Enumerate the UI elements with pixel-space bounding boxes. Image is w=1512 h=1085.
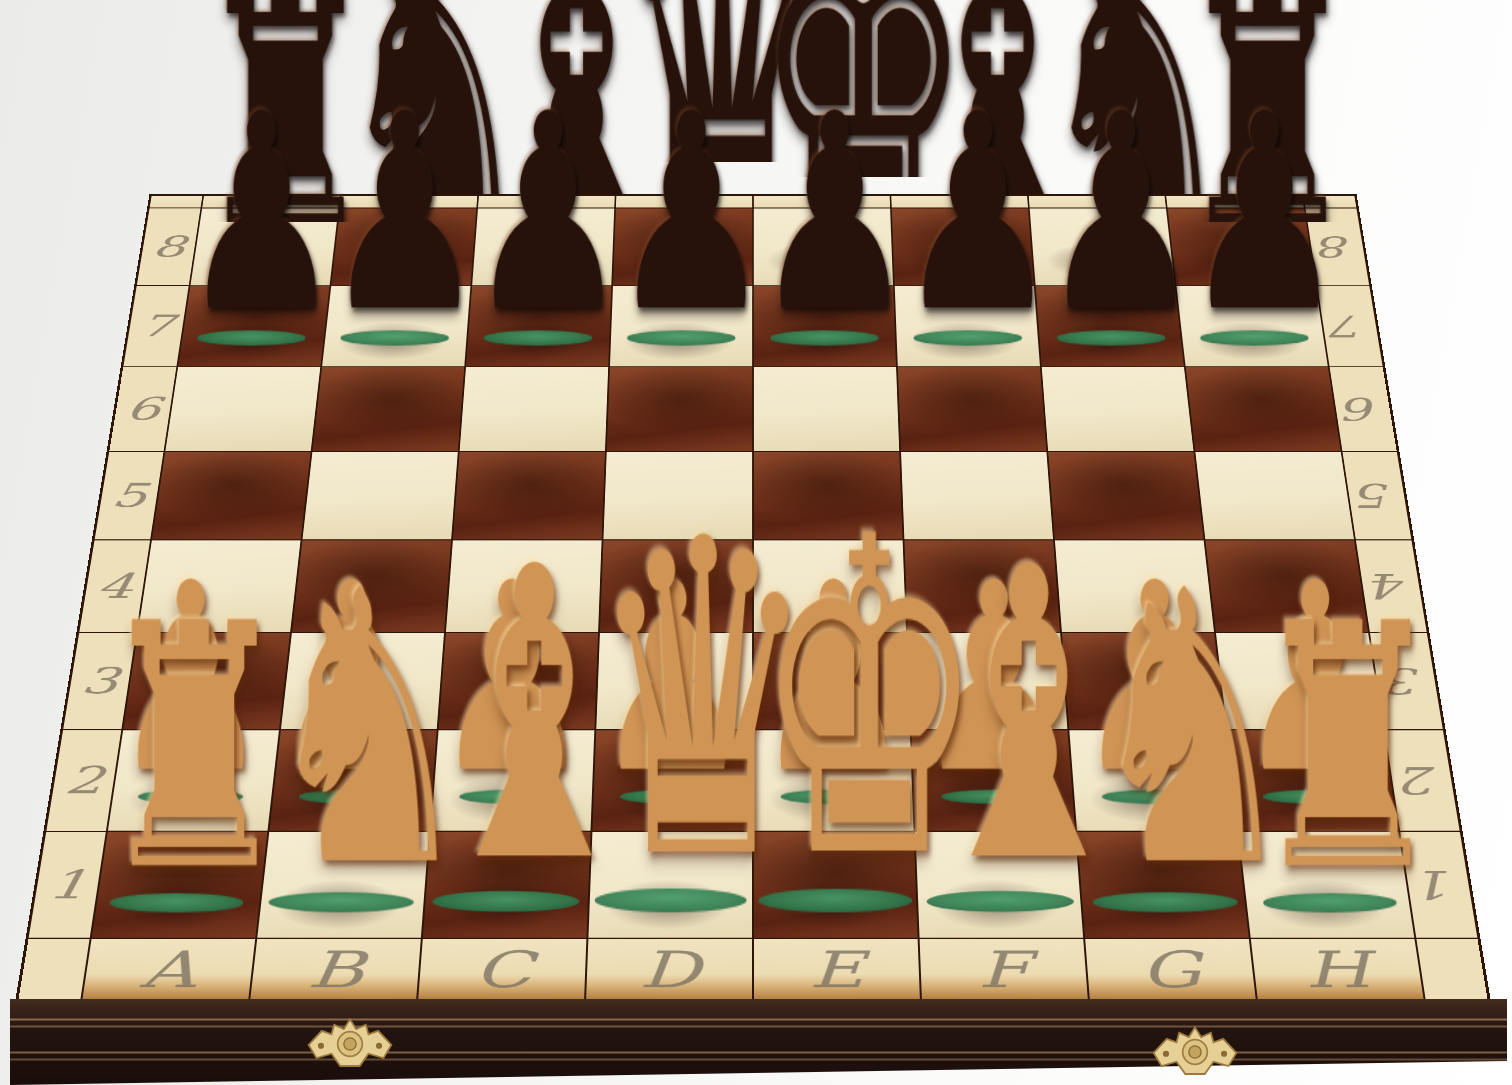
square-c1[interactable]: ♝ — [423, 832, 591, 938]
black-pawn[interactable]: ♟ — [611, 78, 753, 349]
white-queen[interactable]: ♛ — [589, 483, 752, 918]
felt-base — [110, 893, 243, 912]
square-b6[interactable] — [313, 367, 465, 451]
brass-clasp-right-icon[interactable] — [1151, 1026, 1239, 1078]
black-pawn[interactable]: ♟ — [324, 78, 466, 349]
felt-base — [595, 888, 747, 912]
square-h7[interactable]: ♟ — [1176, 286, 1327, 366]
felt-base — [197, 331, 305, 346]
square-b7[interactable]: ♟ — [322, 286, 470, 366]
square-a1[interactable]: ♜ — [92, 832, 268, 938]
file-label-g: G — [1085, 939, 1256, 1000]
square-b1[interactable]: ♞ — [257, 832, 429, 938]
white-bishop[interactable]: ♝ — [424, 516, 587, 918]
file-label-b: B — [250, 939, 421, 1000]
square-a7[interactable]: ♟ — [178, 286, 329, 366]
square-c6[interactable] — [460, 367, 609, 451]
file-label-f: F — [920, 939, 1088, 1000]
chess-set-photo: 8♜♞♝♛♚♝♞♜87♟♟♟♟♟♟♟♟7665544332♟♟♟♟♟♟♟♟21♜… — [0, 0, 1512, 1085]
square-a6[interactable] — [165, 367, 320, 451]
white-knight[interactable]: ♞ — [1084, 542, 1247, 918]
felt-base — [1093, 892, 1238, 913]
square-f6[interactable] — [898, 367, 1047, 451]
felt-base — [432, 890, 579, 912]
board-grid: 8♜♞♝♛♚♝♞♜87♟♟♟♟♟♟♟♟7665544332♟♟♟♟♟♟♟♟21♜… — [15, 194, 1491, 1002]
square-c7[interactable]: ♟ — [466, 286, 611, 366]
square-f7[interactable]: ♟ — [895, 286, 1040, 366]
black-pawn[interactable]: ♟ — [1184, 78, 1326, 349]
felt-base — [484, 331, 592, 346]
square-e1[interactable]: ♚ — [754, 832, 918, 938]
rank-label-right-6: 6 — [1330, 367, 1397, 451]
board-border-corner — [1416, 939, 1487, 1000]
box-front-rim — [10, 999, 1507, 1085]
felt-base — [758, 889, 912, 913]
board-border-corner — [18, 939, 89, 1000]
square-g1[interactable]: ♞ — [1077, 832, 1249, 938]
square-h6[interactable] — [1186, 367, 1341, 451]
white-rook[interactable]: ♜ — [95, 580, 258, 917]
felt-base — [269, 892, 414, 913]
file-label-e: E — [754, 939, 920, 1000]
file-label-c: C — [418, 939, 586, 1000]
felt-base — [1057, 331, 1165, 346]
felt-base — [341, 331, 449, 346]
square-e6[interactable] — [754, 367, 899, 451]
square-d6[interactable] — [607, 367, 752, 451]
felt-base — [627, 331, 735, 346]
felt-base — [770, 331, 878, 346]
felt-base — [1200, 331, 1308, 346]
felt-base — [914, 331, 1022, 346]
file-label-a: A — [82, 939, 255, 1000]
black-pawn[interactable]: ♟ — [1040, 78, 1182, 349]
brass-clasp-left-icon[interactable] — [306, 1018, 394, 1070]
white-knight[interactable]: ♞ — [260, 542, 423, 918]
white-king[interactable]: ♚ — [754, 482, 917, 919]
square-g6[interactable] — [1042, 367, 1194, 451]
black-pawn[interactable]: ♟ — [467, 78, 609, 349]
square-d1[interactable]: ♛ — [588, 832, 752, 938]
file-label-h: H — [1251, 939, 1424, 1000]
black-pawn[interactable]: ♟ — [181, 78, 323, 349]
black-pawn[interactable]: ♟ — [897, 78, 1039, 349]
square-g7[interactable]: ♟ — [1036, 286, 1184, 366]
black-pawn[interactable]: ♟ — [754, 78, 896, 349]
square-d7[interactable]: ♟ — [610, 286, 752, 366]
square-e7[interactable]: ♟ — [754, 286, 896, 366]
file-label-d: D — [586, 939, 752, 1000]
